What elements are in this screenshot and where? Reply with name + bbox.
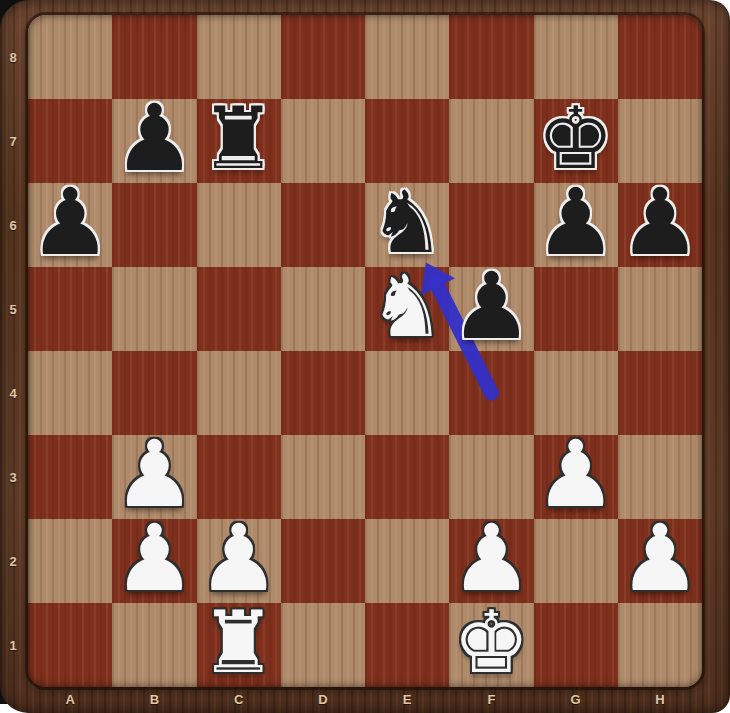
- e5-white-knight[interactable]: ♞: [365, 264, 449, 348]
- rank-label-6: 6: [0, 183, 26, 267]
- f2-white-pawn[interactable]: ♟: [449, 516, 533, 600]
- b7-black-pawn[interactable]: ♟: [112, 96, 196, 180]
- a6-black-pawn[interactable]: ♟: [28, 180, 112, 264]
- file-label-e: E: [365, 687, 449, 711]
- rank-label-4: 4: [0, 351, 26, 435]
- file-label-a: A: [28, 687, 112, 711]
- rank-label-1: 1: [0, 603, 26, 687]
- h6-black-pawn[interactable]: ♟: [618, 180, 702, 264]
- rank-label-8: 8: [0, 15, 26, 99]
- rank-label-3: 3: [0, 435, 26, 519]
- rank-label-7: 7: [0, 99, 26, 183]
- c1-white-rook[interactable]: ♜: [197, 600, 281, 684]
- h2-white-pawn[interactable]: ♟: [618, 516, 702, 600]
- g7-black-king[interactable]: ♚: [534, 96, 618, 180]
- g3-white-pawn[interactable]: ♟: [534, 432, 618, 516]
- f1-white-king[interactable]: ♚: [449, 600, 533, 684]
- c7-black-rook[interactable]: ♜: [197, 96, 281, 180]
- file-label-c: C: [197, 687, 281, 711]
- b2-white-pawn[interactable]: ♟: [112, 516, 196, 600]
- file-label-d: D: [281, 687, 365, 711]
- c2-white-pawn[interactable]: ♟: [197, 516, 281, 600]
- rank-label-2: 2: [0, 519, 26, 603]
- e6-black-knight[interactable]: ♞: [365, 180, 449, 264]
- pieces-layer: ♟♜♚♟♞♟♟♞♟♟♟♟♟♟♟♜♚: [28, 15, 702, 687]
- file-label-f: F: [449, 687, 533, 711]
- f5-black-pawn[interactable]: ♟: [449, 264, 533, 348]
- file-label-g: G: [534, 687, 618, 711]
- file-label-h: H: [618, 687, 702, 711]
- g6-black-pawn[interactable]: ♟: [534, 180, 618, 264]
- chess-board: ♟♜♚♟♞♟♟♞♟♟♟♟♟♟♟♜♚: [28, 15, 702, 687]
- b3-white-pawn[interactable]: ♟: [112, 432, 196, 516]
- rank-label-5: 5: [0, 267, 26, 351]
- file-label-b: B: [112, 687, 196, 711]
